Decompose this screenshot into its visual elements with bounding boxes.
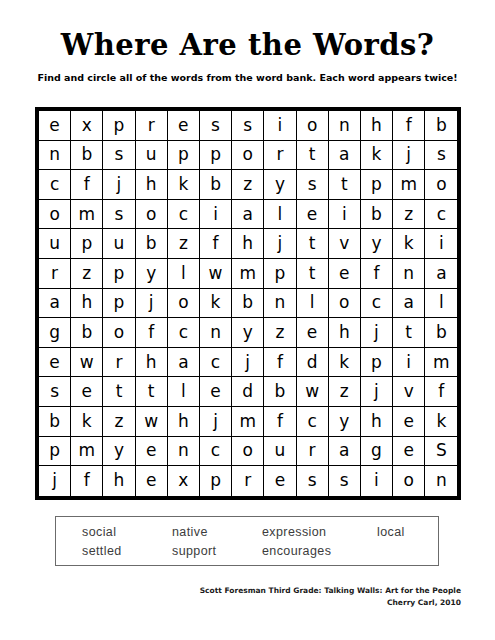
grid-cell-r12c8[interactable]: u <box>264 437 296 467</box>
grid-cell-r4c4[interactable]: o <box>136 200 168 230</box>
grid-cell-r13c5[interactable]: x <box>168 466 200 496</box>
grid-cell-r4c10[interactable]: i <box>329 200 361 230</box>
word-bank-item: social <box>82 525 172 539</box>
grid-cell-r7c9[interactable]: l <box>297 289 329 319</box>
grid-cell-r4c1[interactable]: o <box>39 200 71 230</box>
grid-cell-r1c2[interactable]: x <box>71 111 103 141</box>
grid-cell-r6c5[interactable]: l <box>168 259 200 289</box>
word-search-board: expressionhfbnbsupportakjscfjhkbzystpmoo… <box>35 107 461 500</box>
grid-cell-r4c6[interactable]: i <box>200 200 232 230</box>
word-bank-item: settled <box>82 544 172 558</box>
grid-cell-r13c8[interactable]: e <box>264 466 296 496</box>
grid-cell-r13c4[interactable]: e <box>136 466 168 496</box>
grid-cell-r9c7[interactable]: j <box>232 348 264 378</box>
source-credit-line1: Scott Foresman Third Grade: Talking Wall… <box>200 585 461 597</box>
grid-cell-r13c3[interactable]: h <box>103 466 135 496</box>
word-bank-item: expression <box>262 525 377 539</box>
grid-cell-r6c7[interactable]: m <box>232 259 264 289</box>
grid-cell-r6c13[interactable]: a <box>425 259 457 289</box>
grid-cell-r11c12[interactable]: e <box>393 407 425 437</box>
grid-cell-r12c7[interactable]: o <box>232 437 264 467</box>
grid-cell-r8c10[interactable]: h <box>329 318 361 348</box>
grid-cell-r13c9[interactable]: s <box>297 466 329 496</box>
grid-cell-r12c4[interactable]: e <box>136 437 168 467</box>
grid-cell-r10c7[interactable]: d <box>232 377 264 407</box>
grid-cell-r7c13[interactable]: l <box>425 289 457 319</box>
grid-cell-r7c10[interactable]: o <box>329 289 361 319</box>
grid-cell-r9c6[interactable]: c <box>200 348 232 378</box>
grid-cell-r6c11[interactable]: f <box>361 259 393 289</box>
grid-cell-r10c3[interactable]: t <box>103 377 135 407</box>
grid-cell-r1c9[interactable]: o <box>297 111 329 141</box>
grid-cell-r13c1[interactable]: j <box>39 466 71 496</box>
grid-cell-r13c11[interactable]: i <box>361 466 393 496</box>
grid-cell-r7c3[interactable]: p <box>103 289 135 319</box>
grid-cell-r8c6[interactable]: n <box>200 318 232 348</box>
grid-cell-r9c3[interactable]: r <box>103 348 135 378</box>
grid-cell-r3c13[interactable]: o <box>425 170 457 200</box>
grid-cell-r3c11[interactable]: p <box>361 170 393 200</box>
grid-cell-r13c10[interactable]: s <box>329 466 361 496</box>
grid-cell-r3c1[interactable]: c <box>39 170 71 200</box>
word-bank-item: native <box>172 525 262 539</box>
grid-cell-r1c10[interactable]: n <box>329 111 361 141</box>
grid-cell-r5c11[interactable]: y <box>361 229 393 259</box>
grid-cell-r11c5[interactable]: h <box>168 407 200 437</box>
grid-cell-r3c10[interactable]: t <box>329 170 361 200</box>
grid-cell-r10c10[interactable]: z <box>329 377 361 407</box>
grid-cell-r6c2[interactable]: z <box>71 259 103 289</box>
grid-cell-r5c4[interactable]: b <box>136 229 168 259</box>
grid-cell-r1c5[interactable]: e <box>168 111 200 141</box>
grid-cell-r10c2[interactable]: e <box>71 377 103 407</box>
grid-cell-r8c2[interactable]: b <box>71 318 103 348</box>
grid-cell-r11c7[interactable]: m <box>232 407 264 437</box>
grid-cell-r13c2[interactable]: f <box>71 466 103 496</box>
grid-cell-r7c1[interactable]: a <box>39 289 71 319</box>
grid-cell-r9c8[interactable]: f <box>264 348 296 378</box>
grid-cell-r2c6[interactable]: p <box>200 141 232 171</box>
instructions-text: Find and circle all of the words from th… <box>0 72 495 83</box>
grid-cell-r8c1[interactable]: g <box>39 318 71 348</box>
grid-cell-r11c8[interactable]: f <box>264 407 296 437</box>
grid-cell-r10c11[interactable]: j <box>361 377 393 407</box>
grid-cell-r6c10[interactable]: e <box>329 259 361 289</box>
grid-cell-r5c9[interactable]: t <box>297 229 329 259</box>
grid-cell-r8c9[interactable]: e <box>297 318 329 348</box>
grid-cell-r13c7[interactable]: r <box>232 466 264 496</box>
grid-cell-r12c13[interactable]: S <box>425 437 457 467</box>
grid-cell-r9c5[interactable]: a <box>168 348 200 378</box>
grid-cell-r3c5[interactable]: k <box>168 170 200 200</box>
grid-cell-r4c9[interactable]: e <box>297 200 329 230</box>
grid-cell-r9c9[interactable]: d <box>297 348 329 378</box>
grid-cell-r12c10[interactable]: a <box>329 437 361 467</box>
grid-cell-r11c1[interactable]: b <box>39 407 71 437</box>
grid-cell-r2c13[interactable]: s <box>425 141 457 171</box>
grid-cell-r13c12[interactable]: o <box>393 466 425 496</box>
grid-cell-r7c12[interactable]: a <box>393 289 425 319</box>
grid-cell-r2c4[interactable]: u <box>136 141 168 171</box>
grid-cell-r3c3[interactable]: j <box>103 170 135 200</box>
grid-cell-r12c1[interactable]: p <box>39 437 71 467</box>
grid-cell-r9c4[interactable]: h <box>136 348 168 378</box>
grid-cell-r9c11[interactable]: p <box>361 348 393 378</box>
grid-cell-r10c8[interactable]: b <box>264 377 296 407</box>
grid-cell-r2c12[interactable]: j <box>393 141 425 171</box>
grid-cell-r12c2[interactable]: m <box>71 437 103 467</box>
grid-cell-r1c4[interactable]: r <box>136 111 168 141</box>
grid-cell-r9c12[interactable]: i <box>393 348 425 378</box>
grid-cell-r5c3[interactable]: u <box>103 229 135 259</box>
grid-cell-r11c13[interactable]: k <box>425 407 457 437</box>
grid-cell-r5c13[interactable]: i <box>425 229 457 259</box>
grid-cell-r10c9[interactable]: w <box>297 377 329 407</box>
grid-cell-r2c5[interactable]: p <box>168 141 200 171</box>
source-credit: Scott Foresman Third Grade: Talking Wall… <box>200 585 461 609</box>
grid-cell-r4c12[interactable]: z <box>393 200 425 230</box>
grid-cell-r9c10[interactable]: k <box>329 348 361 378</box>
grid-cell-r4c11[interactable]: b <box>361 200 393 230</box>
word-bank-item: support <box>172 544 262 558</box>
grid-cell-r10c4[interactable]: t <box>136 377 168 407</box>
grid-cell-r4c5[interactable]: c <box>168 200 200 230</box>
grid-cell-r2c8[interactable]: r <box>264 141 296 171</box>
grid-cell-r11c11[interactable]: h <box>361 407 393 437</box>
grid-cell-r8c5[interactable]: c <box>168 318 200 348</box>
word-bank: social native expression local settled s… <box>55 516 439 566</box>
grid-cell-r8c13[interactable]: b <box>425 318 457 348</box>
grid-cell-r6c9[interactable]: t <box>297 259 329 289</box>
grid-cell-r12c11[interactable]: g <box>361 437 393 467</box>
grid-cell-r6c8[interactable]: p <box>264 259 296 289</box>
grid-cell-r4c8[interactable]: l <box>264 200 296 230</box>
grid-cell-r1c13[interactable]: b <box>425 111 457 141</box>
grid-cell-r9c2[interactable]: w <box>71 348 103 378</box>
grid-cell-r5c5[interactable]: z <box>168 229 200 259</box>
grid-cell-r12c6[interactable]: c <box>200 437 232 467</box>
grid-cell-r12c5[interactable]: n <box>168 437 200 467</box>
grid-cell-r3c7[interactable]: z <box>232 170 264 200</box>
grid-cell-r4c3[interactable]: s <box>103 200 135 230</box>
grid-cell-r8c7[interactable]: y <box>232 318 264 348</box>
grid-cell-r9c1[interactable]: e <box>39 348 71 378</box>
word-bank-item: local <box>377 525 438 539</box>
grid-cell-r13c6[interactable]: p <box>200 466 232 496</box>
grid-cell-r3c9[interactable]: s <box>297 170 329 200</box>
grid-cell-r11c3[interactable]: z <box>103 407 135 437</box>
grid-cell-r11c6[interactable]: j <box>200 407 232 437</box>
grid-cell-r10c5[interactable]: l <box>168 377 200 407</box>
source-credit-line2: Cherry Carl, 2010 <box>200 597 461 609</box>
grid-cell-r3c8[interactable]: y <box>264 170 296 200</box>
grid-cell-r5c10[interactable]: v <box>329 229 361 259</box>
grid-cell-r8c8[interactable]: z <box>264 318 296 348</box>
grid-cell-r4c13[interactable]: c <box>425 200 457 230</box>
grid-cell-r7c8[interactable]: n <box>264 289 296 319</box>
grid-cell-r7c4[interactable]: j <box>136 289 168 319</box>
grid-cell-r6c6[interactable]: w <box>200 259 232 289</box>
grid-cell-r1c12[interactable]: f <box>393 111 425 141</box>
grid-cell-r11c9[interactable]: c <box>297 407 329 437</box>
grid-cell-r2c11[interactable]: k <box>361 141 393 171</box>
page-title: Where Are the Words? <box>0 28 495 62</box>
grid-cell-r13c13[interactable]: n <box>425 466 457 496</box>
grid-cell-r3c4[interactable]: h <box>136 170 168 200</box>
grid-cell-r6c12[interactable]: n <box>393 259 425 289</box>
grid-cell-r12c9[interactable]: r <box>297 437 329 467</box>
grid-cell-r8c12[interactable]: t <box>393 318 425 348</box>
grid-cell-r1c3[interactable]: p <box>103 111 135 141</box>
grid-cell-r5c12[interactable]: k <box>393 229 425 259</box>
grid-cell-r1c7[interactable]: s <box>232 111 264 141</box>
grid-cell-r7c11[interactable]: c <box>361 289 393 319</box>
grid-cell-r5c1[interactable]: u <box>39 229 71 259</box>
grid-cell-r2c3[interactable]: s <box>103 141 135 171</box>
grid-cell-r1c11[interactable]: h <box>361 111 393 141</box>
grid-cell-r9c13[interactable]: m <box>425 348 457 378</box>
grid-cell-r5c7[interactable]: h <box>232 229 264 259</box>
grid-cell-r11c2[interactable]: k <box>71 407 103 437</box>
grid-cell-r1c1[interactable]: e <box>39 111 71 141</box>
grid-cell-r10c13[interactable]: f <box>425 377 457 407</box>
grid-cell-r6c4[interactable]: y <box>136 259 168 289</box>
worksheet-page: Where Are the Words? Find and circle all… <box>0 0 495 640</box>
grid-cell-r11c4[interactable]: w <box>136 407 168 437</box>
letter-grid: expressionhfbnbsupportakjscfjhkbzystpmoo… <box>39 111 457 496</box>
grid-cell-r8c11[interactable]: j <box>361 318 393 348</box>
grid-cell-r11c10[interactable]: y <box>329 407 361 437</box>
grid-cell-r12c3[interactable]: y <box>103 437 135 467</box>
grid-cell-r8c4[interactable]: f <box>136 318 168 348</box>
grid-cell-r1c6[interactable]: s <box>200 111 232 141</box>
grid-cell-r7c5[interactable]: o <box>168 289 200 319</box>
grid-cell-r1c8[interactable]: i <box>264 111 296 141</box>
grid-cell-r3c6[interactable]: b <box>200 170 232 200</box>
grid-cell-r3c12[interactable]: m <box>393 170 425 200</box>
grid-cell-r10c1[interactable]: s <box>39 377 71 407</box>
grid-cell-r8c3[interactable]: o <box>103 318 135 348</box>
grid-cell-r2c1[interactable]: n <box>39 141 71 171</box>
grid-cell-r10c12[interactable]: v <box>393 377 425 407</box>
grid-cell-r2c2[interactable]: b <box>71 141 103 171</box>
grid-cell-r7c7[interactable]: b <box>232 289 264 319</box>
grid-cell-r2c10[interactable]: a <box>329 141 361 171</box>
grid-cell-r12c12[interactable]: e <box>393 437 425 467</box>
grid-cell-r6c3[interactable]: p <box>103 259 135 289</box>
grid-cell-r10c6[interactable]: e <box>200 377 232 407</box>
grid-cell-r6c1[interactable]: r <box>39 259 71 289</box>
grid-cell-r4c7[interactable]: a <box>232 200 264 230</box>
word-bank-item: encourages <box>262 544 377 558</box>
grid-cell-r2c9[interactable]: t <box>297 141 329 171</box>
grid-cell-r5c6[interactable]: f <box>200 229 232 259</box>
grid-cell-r3c2[interactable]: f <box>71 170 103 200</box>
grid-cell-r2c7[interactable]: o <box>232 141 264 171</box>
grid-cell-r4c2[interactable]: m <box>71 200 103 230</box>
grid-cell-r5c2[interactable]: p <box>71 229 103 259</box>
grid-cell-r7c6[interactable]: k <box>200 289 232 319</box>
grid-cell-r5c8[interactable]: j <box>264 229 296 259</box>
grid-cell-r7c2[interactable]: h <box>71 289 103 319</box>
